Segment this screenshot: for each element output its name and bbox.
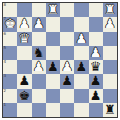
rank-label: 4 [4, 60, 7, 64]
white-pawn: ♟ [90, 46, 102, 60]
square-f6[interactable]: ♟ [74, 32, 88, 46]
square-a4[interactable]: 4 [3, 60, 17, 74]
square-g5[interactable]: ♟ [89, 46, 103, 60]
square-f8[interactable] [74, 3, 88, 17]
square-d6[interactable] [46, 32, 60, 46]
square-h7[interactable]: ♟ [103, 17, 117, 31]
square-f4[interactable]: ♟ [74, 60, 88, 74]
square-e1[interactable] [60, 103, 74, 117]
square-e5[interactable] [60, 46, 74, 60]
white-king: ♚ [4, 17, 16, 31]
square-a6[interactable]: 6 [3, 32, 17, 46]
square-e4[interactable]: ♟ [60, 60, 74, 74]
chessboard: 8♜♜7♚♟♟♟6♛♟5♞♟4♟♟♟♟♛3♟♟♟2♚♟1♜ [2, 2, 118, 118]
square-a3[interactable]: 3 [3, 74, 17, 88]
square-b3[interactable]: ♟ [17, 74, 31, 88]
square-b7[interactable]: ♟ [17, 17, 31, 31]
square-d8[interactable]: ♜ [46, 3, 60, 17]
black-pawn: ♟ [19, 74, 31, 88]
square-g1[interactable] [89, 103, 103, 117]
square-g6[interactable] [89, 32, 103, 46]
square-h1[interactable]: ♜ [103, 103, 117, 117]
white-pawn: ♟ [61, 60, 73, 74]
square-e8[interactable] [60, 3, 74, 17]
rank-label: 3 [4, 74, 7, 78]
square-a1[interactable]: 1 [3, 103, 17, 117]
square-e3[interactable]: ♟ [60, 74, 74, 88]
square-d5[interactable] [46, 46, 60, 60]
white-rook: ♜ [104, 3, 116, 17]
square-h6[interactable] [103, 32, 117, 46]
square-f2[interactable] [74, 89, 88, 103]
black-pawn: ♟ [76, 60, 88, 74]
rank-label: 2 [4, 89, 7, 93]
white-pawn: ♟ [19, 17, 31, 31]
square-d1[interactable] [46, 103, 60, 117]
square-b2[interactable]: ♚ [17, 89, 31, 103]
square-a8[interactable]: 8 [3, 3, 17, 17]
rank-label: 8 [4, 3, 7, 7]
square-h8[interactable]: ♜ [103, 3, 117, 17]
rank-label: 5 [4, 46, 7, 50]
square-f7[interactable] [74, 17, 88, 31]
square-c5[interactable]: ♞ [32, 46, 46, 60]
square-g7[interactable] [89, 17, 103, 31]
square-g8[interactable] [89, 3, 103, 17]
black-knight: ♞ [33, 46, 45, 60]
square-c4[interactable]: ♟ [32, 60, 46, 74]
square-d4[interactable]: ♟ [46, 60, 60, 74]
square-d2[interactable] [46, 89, 60, 103]
square-g4[interactable]: ♛ [89, 60, 103, 74]
square-g3[interactable]: ♟ [89, 74, 103, 88]
rank-label: 1 [4, 103, 7, 107]
square-c6[interactable] [32, 32, 46, 46]
black-rook: ♜ [104, 103, 116, 117]
square-e7[interactable] [60, 17, 74, 31]
square-a7[interactable]: 7♚ [3, 17, 17, 31]
square-d3[interactable] [46, 74, 60, 88]
chessboard-container: 8♜♜7♚♟♟♟6♛♟5♞♟4♟♟♟♟♛3♟♟♟2♚♟1♜ [2, 2, 118, 118]
square-b8[interactable] [17, 3, 31, 17]
square-c8[interactable] [32, 3, 46, 17]
white-rook: ♜ [47, 3, 59, 17]
white-pawn: ♟ [76, 32, 88, 46]
square-c7[interactable]: ♟ [32, 17, 46, 31]
square-e2[interactable] [60, 89, 74, 103]
rank-label: 6 [4, 32, 7, 36]
square-a2[interactable]: 2 [3, 89, 17, 103]
square-c2[interactable] [32, 89, 46, 103]
square-f1[interactable] [74, 103, 88, 117]
square-b4[interactable] [17, 60, 31, 74]
square-f3[interactable] [74, 74, 88, 88]
square-h4[interactable] [103, 60, 117, 74]
square-h5[interactable] [103, 46, 117, 60]
square-h3[interactable] [103, 74, 117, 88]
square-b6[interactable]: ♛ [17, 32, 31, 46]
black-king: ♚ [19, 89, 31, 103]
black-pawn: ♟ [90, 89, 102, 103]
black-queen: ♛ [90, 60, 102, 74]
square-a5[interactable]: 5 [3, 46, 17, 60]
white-pawn: ♟ [33, 60, 45, 74]
square-g2[interactable]: ♟ [89, 89, 103, 103]
black-pawn: ♟ [61, 74, 73, 88]
square-d7[interactable] [46, 17, 60, 31]
square-e6[interactable] [60, 32, 74, 46]
square-h2[interactable] [103, 89, 117, 103]
black-pawn: ♟ [47, 60, 59, 74]
black-pawn: ♟ [90, 74, 102, 88]
square-b1[interactable] [17, 103, 31, 117]
square-c1[interactable] [32, 103, 46, 117]
square-f5[interactable] [74, 46, 88, 60]
white-pawn: ♟ [33, 17, 45, 31]
square-b5[interactable] [17, 46, 31, 60]
square-c3[interactable] [32, 74, 46, 88]
white-queen: ♛ [19, 32, 31, 46]
white-pawn: ♟ [104, 17, 116, 31]
